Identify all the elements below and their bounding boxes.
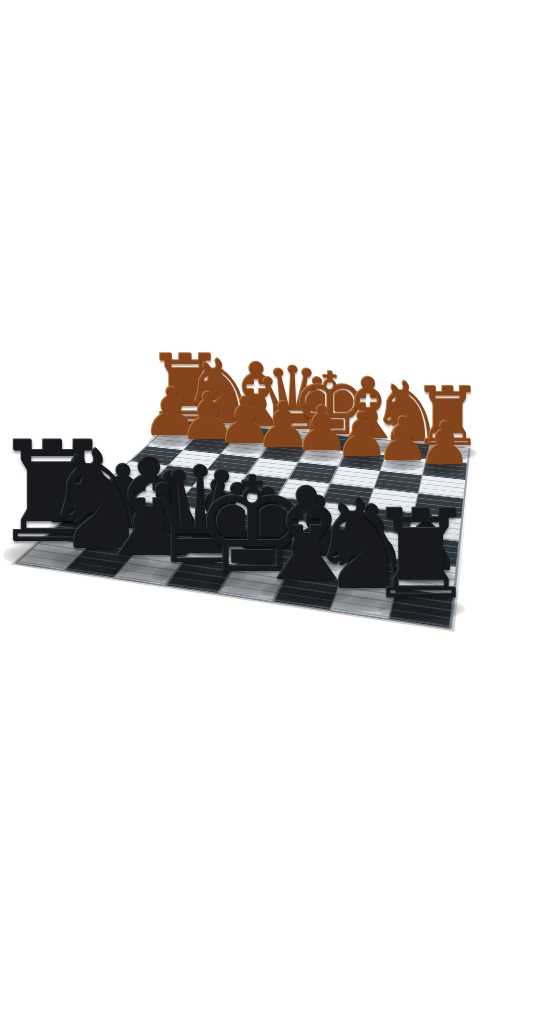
white-pawn-h2[interactable]: ♟: [419, 415, 472, 474]
black-rook-h8[interactable]: ♜: [367, 494, 476, 616]
photo-scene: ♜♞♝♛♚♝♞♜♟♟♟♟♟♟♟♟♟♟♟♟♟♟♟♟♜♞♝♛♚♝♞♜: [0, 0, 560, 1028]
pieces-layer: ♜♞♝♛♚♝♞♜♟♟♟♟♟♟♟♟♟♟♟♟♟♟♟♟♜♞♝♛♚♝♞♜: [0, 0, 560, 1028]
